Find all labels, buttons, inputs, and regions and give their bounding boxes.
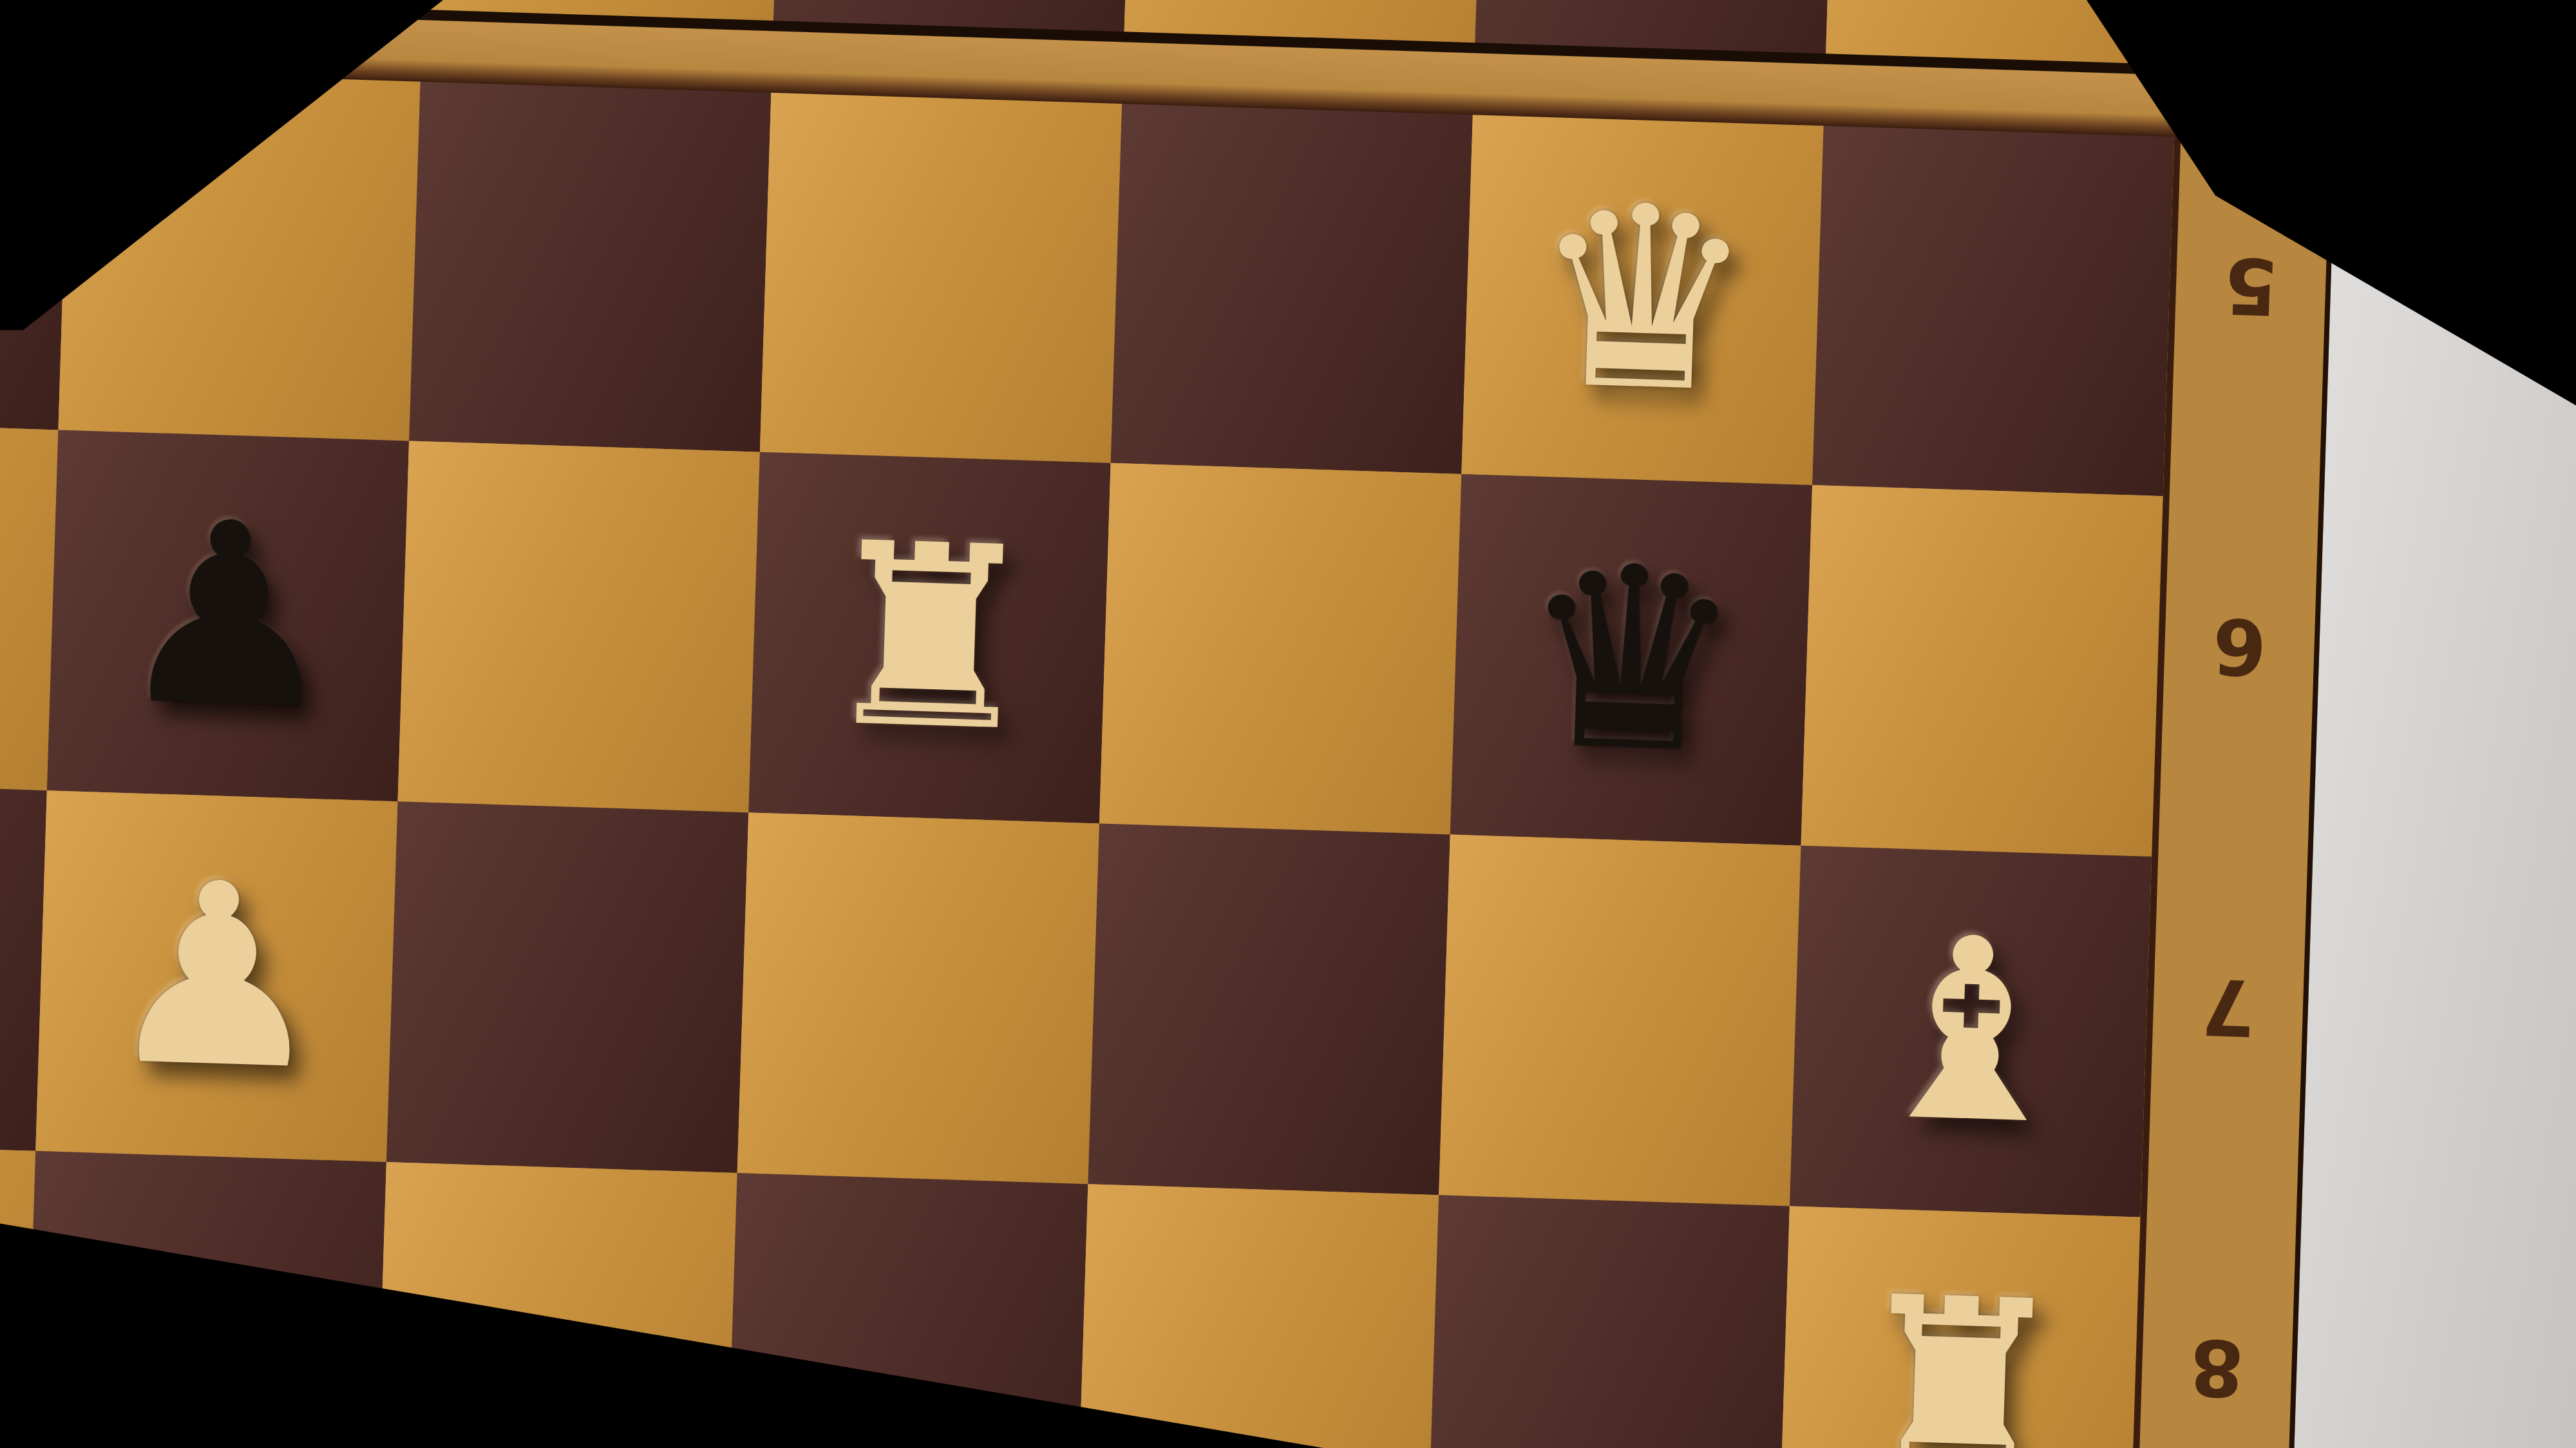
square-d6[interactable]: ♜	[748, 452, 1110, 824]
white-pawn[interactable]: ♟	[35, 790, 397, 1162]
square-a7[interactable]: ♝	[1790, 846, 2152, 1217]
black-pawn[interactable]: ♟	[47, 430, 409, 801]
square-e6[interactable]	[398, 441, 760, 813]
square-a8[interactable]: ♜	[1778, 1206, 2140, 1448]
square-c8[interactable]	[1077, 1184, 1439, 1448]
square-e7[interactable]	[386, 801, 748, 1173]
square-d5[interactable]	[760, 91, 1122, 463]
square-g5[interactable]	[0, 59, 70, 430]
square-f5[interactable]	[58, 70, 420, 441]
board-wood-frame: ♛♟♜♛♟♝♜ 5678	[0, 0, 2349, 1448]
rank-label-7: 7	[2152, 960, 2304, 1054]
square-d8[interactable]	[726, 1173, 1088, 1448]
white-bishop[interactable]: ♝	[1790, 846, 2152, 1217]
rank-label-6: 6	[2163, 599, 2315, 693]
square-f6[interactable]: ♟	[47, 430, 409, 801]
photo-scene: ♛♟♜♛♟♝♜ 5678	[0, 0, 2576, 1448]
square-a6[interactable]	[1801, 485, 2163, 857]
rank-label-5: 5	[2175, 239, 2327, 333]
square-c6[interactable]	[1099, 463, 1461, 835]
square-c7[interactable]	[1088, 824, 1450, 1196]
rank-label-8: 8	[2141, 1320, 2293, 1415]
square-b8[interactable]	[1428, 1195, 1790, 1448]
white-rook[interactable]: ♜	[748, 452, 1110, 824]
square-c5[interactable]	[1111, 102, 1473, 474]
square-d7[interactable]	[737, 812, 1099, 1184]
square-e5[interactable]	[409, 81, 771, 452]
white-rook[interactable]: ♜	[1778, 1206, 2140, 1448]
square-b6[interactable]: ♛	[1450, 474, 1812, 846]
square-a5[interactable]	[1812, 124, 2174, 496]
white-queen[interactable]: ♛	[1461, 113, 1823, 485]
chess-board: ♛♟♜♛♟♝♜ 5678	[0, 0, 2349, 1448]
square-f7[interactable]: ♟	[35, 790, 397, 1162]
black-queen[interactable]: ♛	[1450, 474, 1812, 846]
square-b5[interactable]: ♛	[1461, 113, 1823, 485]
board-squares-grid: ♛♟♜♛♟♝♜	[0, 0, 2186, 1448]
square-b7[interactable]	[1439, 835, 1801, 1206]
